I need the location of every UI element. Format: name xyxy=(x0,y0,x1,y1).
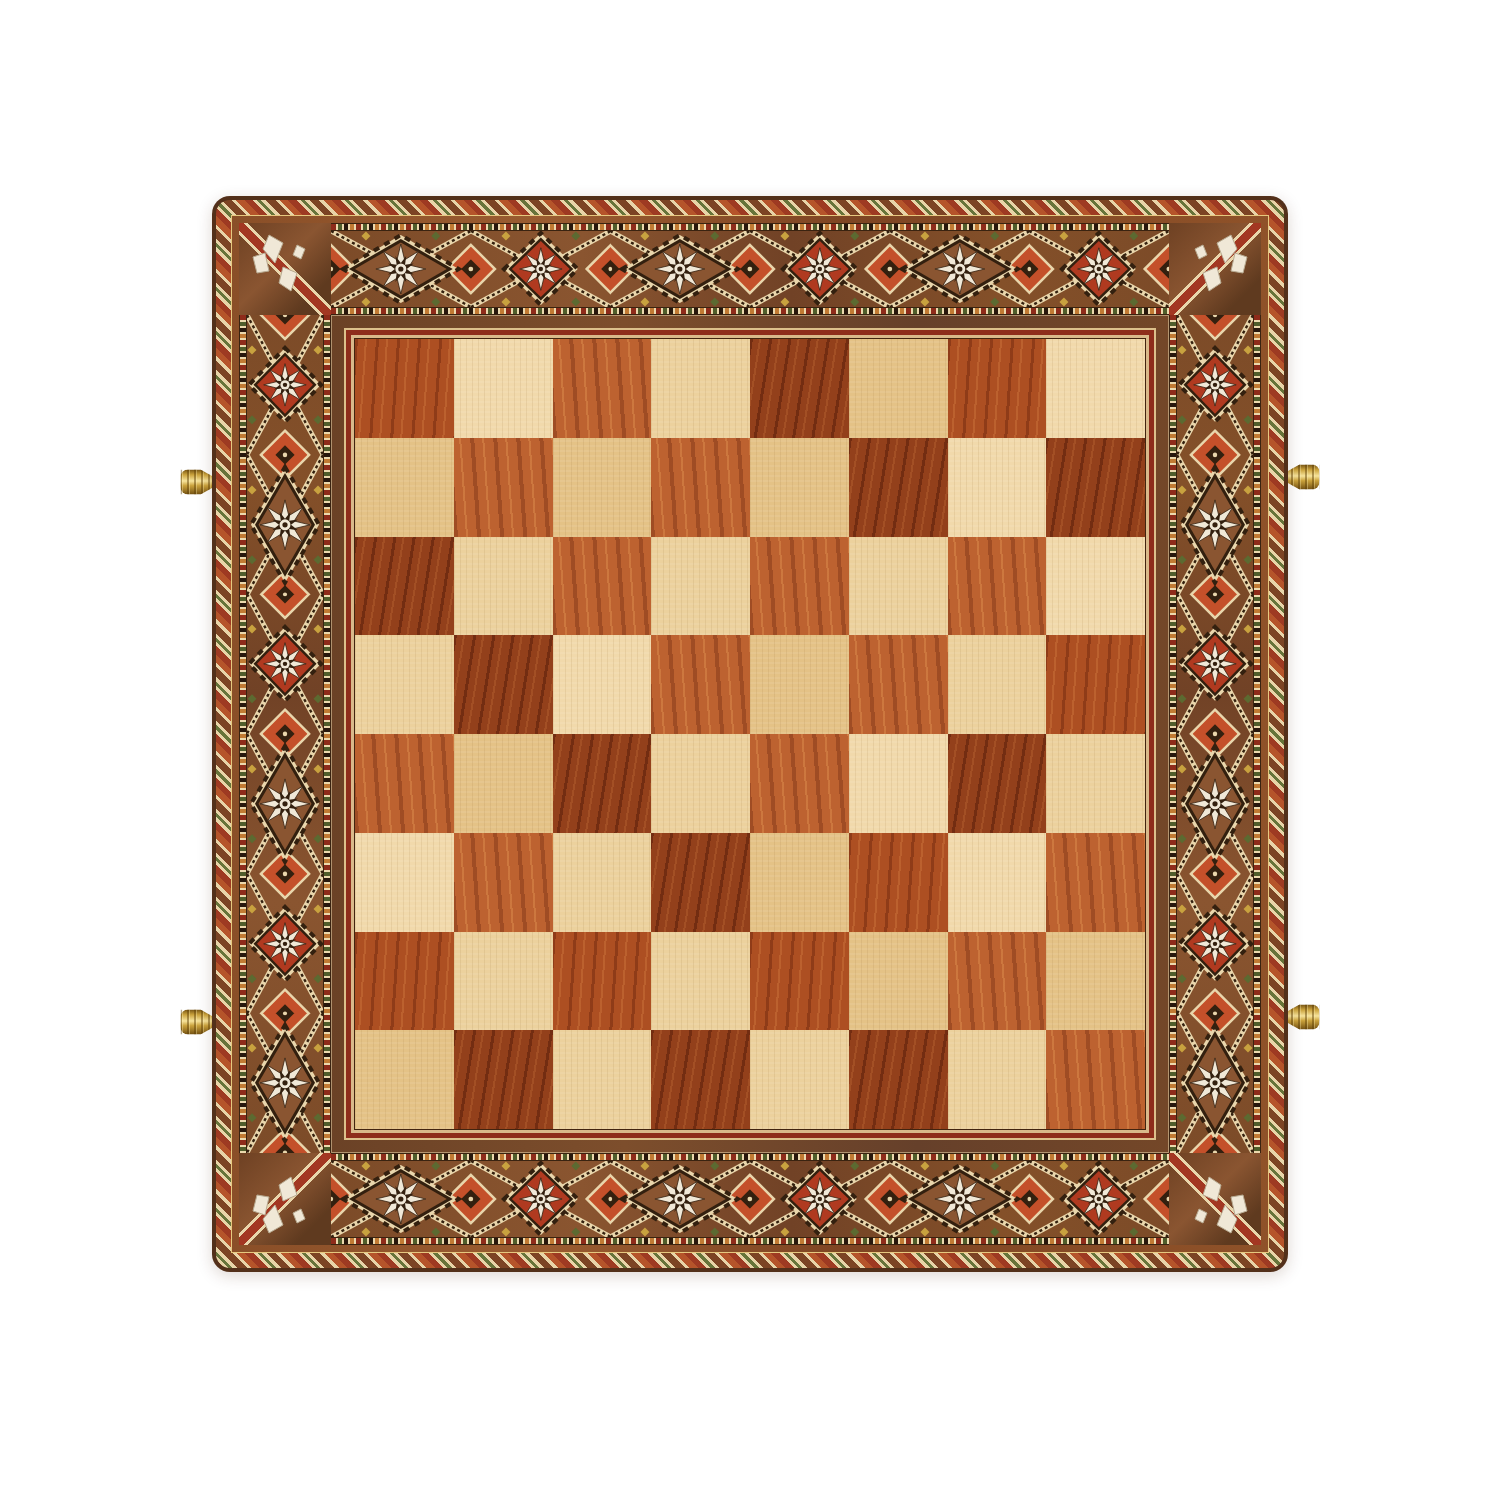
mother-of-pearl-inlay xyxy=(239,223,331,315)
square-a1[interactable] xyxy=(355,1030,454,1129)
square-f1[interactable] xyxy=(849,1030,948,1129)
border-edge-left xyxy=(239,315,331,1153)
square-g2[interactable] xyxy=(948,932,1047,1031)
square-f6[interactable] xyxy=(849,537,948,636)
square-e2[interactable] xyxy=(750,932,849,1031)
border-corner-bottom-left xyxy=(239,1153,331,1245)
mosaic-motif-red-diamond xyxy=(247,315,323,455)
square-f2[interactable] xyxy=(849,932,948,1031)
square-c8[interactable] xyxy=(553,339,652,438)
square-c2[interactable] xyxy=(553,932,652,1031)
square-c1[interactable] xyxy=(553,1030,652,1129)
tick-ribbon xyxy=(323,315,331,1153)
mosaic-motif-red-diamond xyxy=(1177,874,1253,1014)
mosaic-motif-red-diamond xyxy=(247,594,323,734)
square-d5[interactable] xyxy=(651,635,750,734)
square-e4[interactable] xyxy=(750,734,849,833)
square-h6[interactable] xyxy=(1046,537,1145,636)
mosaic-motif-lozenge xyxy=(247,734,323,874)
square-h5[interactable] xyxy=(1046,635,1145,734)
border-corner-top-left xyxy=(239,223,331,315)
brass-hinge-pin-left-lower xyxy=(180,1009,216,1035)
mosaic-motif-red-diamond xyxy=(1029,231,1169,307)
square-b1[interactable] xyxy=(454,1030,553,1129)
square-c4[interactable] xyxy=(553,734,652,833)
border-edge-bottom xyxy=(331,1153,1169,1245)
square-h2[interactable] xyxy=(1046,932,1145,1031)
square-d2[interactable] xyxy=(651,932,750,1031)
square-b5[interactable] xyxy=(454,635,553,734)
square-h4[interactable] xyxy=(1046,734,1145,833)
mosaic-motif-lozenge xyxy=(610,1161,750,1237)
motif-strip-left xyxy=(247,315,323,1153)
mosaic-motif-lozenge xyxy=(331,1161,471,1237)
mosaic-motif-red-diamond xyxy=(1177,594,1253,734)
square-e1[interactable] xyxy=(750,1030,849,1129)
square-f8[interactable] xyxy=(849,339,948,438)
mosaic-motif-red-diamond xyxy=(750,1161,890,1237)
mosaic-motif-red-diamond xyxy=(247,874,323,1014)
tan-pinstripe xyxy=(351,335,1149,1133)
square-g7[interactable] xyxy=(948,438,1047,537)
square-b2[interactable] xyxy=(454,932,553,1031)
brass-hinge-pin-right-upper xyxy=(1284,464,1320,490)
square-g6[interactable] xyxy=(948,537,1047,636)
square-c6[interactable] xyxy=(553,537,652,636)
border-corner-bottom-right xyxy=(1169,1153,1261,1245)
mother-of-pearl-inlay xyxy=(239,1153,331,1245)
board-bevel-stripe-edge xyxy=(216,200,1284,1268)
border-edge-right xyxy=(1169,315,1261,1153)
square-d7[interactable] xyxy=(651,438,750,537)
square-g1[interactable] xyxy=(948,1030,1047,1129)
mosaic-motif-red-diamond xyxy=(1177,315,1253,455)
motif-strip-right xyxy=(1177,315,1253,1153)
square-d8[interactable] xyxy=(651,339,750,438)
inner-wood-band xyxy=(331,315,1169,1153)
mother-of-pearl-inlay xyxy=(1169,223,1261,315)
square-f3[interactable] xyxy=(849,833,948,932)
square-d6[interactable] xyxy=(651,537,750,636)
square-b3[interactable] xyxy=(454,833,553,932)
brass-hinge-pin-right-lower xyxy=(1284,1004,1320,1030)
square-g5[interactable] xyxy=(948,635,1047,734)
mosaic-motif-red-diamond xyxy=(471,1161,611,1237)
square-d3[interactable] xyxy=(651,833,750,932)
square-a7[interactable] xyxy=(355,438,454,537)
motif-strip-bottom xyxy=(331,1161,1169,1237)
tick-ribbon xyxy=(1253,315,1261,1153)
playfield-frame xyxy=(331,315,1169,1153)
mosaic-motif-lozenge xyxy=(247,1013,323,1153)
tick-ribbon xyxy=(331,1153,1169,1161)
mosaic-motif-lozenge xyxy=(1177,1013,1253,1153)
square-f5[interactable] xyxy=(849,635,948,734)
square-h1[interactable] xyxy=(1046,1030,1145,1129)
square-b6[interactable] xyxy=(454,537,553,636)
square-g3[interactable] xyxy=(948,833,1047,932)
square-c5[interactable] xyxy=(553,635,652,734)
tick-ribbon xyxy=(239,315,247,1153)
mosaic-motif-red-diamond xyxy=(750,231,890,307)
square-h3[interactable] xyxy=(1046,833,1145,932)
square-c7[interactable] xyxy=(553,438,652,537)
mother-of-pearl-inlay xyxy=(1169,1153,1261,1245)
square-a2[interactable] xyxy=(355,932,454,1031)
mosaic-motif-lozenge xyxy=(247,455,323,595)
square-f4[interactable] xyxy=(849,734,948,833)
mosaic-motif-lozenge xyxy=(1177,734,1253,874)
squares-grid xyxy=(354,338,1146,1130)
mosaic-border xyxy=(239,223,1261,1245)
square-a4[interactable] xyxy=(355,734,454,833)
square-h7[interactable] xyxy=(1046,438,1145,537)
square-h8[interactable] xyxy=(1046,339,1145,438)
tick-ribbon xyxy=(331,307,1169,315)
square-d4[interactable] xyxy=(651,734,750,833)
square-e3[interactable] xyxy=(750,833,849,932)
mosaic-motif-red-diamond xyxy=(471,231,611,307)
square-e5[interactable] xyxy=(750,635,849,734)
maroon-frame xyxy=(344,328,1156,1140)
square-e7[interactable] xyxy=(750,438,849,537)
chess-board xyxy=(212,196,1288,1272)
square-g4[interactable] xyxy=(948,734,1047,833)
outer-wood-band xyxy=(231,215,1269,1253)
mosaic-motif-lozenge xyxy=(1177,455,1253,595)
product-photo xyxy=(0,0,1500,1500)
square-a5[interactable] xyxy=(355,635,454,734)
tick-ribbon xyxy=(331,1237,1169,1245)
tick-ribbon xyxy=(331,223,1169,231)
mosaic-motif-lozenge xyxy=(890,1161,1030,1237)
mosaic-motif-lozenge xyxy=(890,231,1030,307)
tick-ribbon xyxy=(1169,315,1177,1153)
square-e8[interactable] xyxy=(750,339,849,438)
mosaic-motif-red-diamond xyxy=(1029,1161,1169,1237)
square-a8[interactable] xyxy=(355,339,454,438)
square-b8[interactable] xyxy=(454,339,553,438)
mosaic-motif-lozenge xyxy=(331,231,471,307)
square-b7[interactable] xyxy=(454,438,553,537)
square-c3[interactable] xyxy=(553,833,652,932)
brass-hinge-pin-left-upper xyxy=(180,469,216,495)
square-e6[interactable] xyxy=(750,537,849,636)
square-a6[interactable] xyxy=(355,537,454,636)
motif-strip-top xyxy=(331,231,1169,307)
border-corner-top-right xyxy=(1169,223,1261,315)
square-b4[interactable] xyxy=(454,734,553,833)
square-g8[interactable] xyxy=(948,339,1047,438)
border-edge-top xyxy=(331,223,1169,315)
square-d1[interactable] xyxy=(651,1030,750,1129)
square-a3[interactable] xyxy=(355,833,454,932)
mosaic-motif-lozenge xyxy=(610,231,750,307)
square-f7[interactable] xyxy=(849,438,948,537)
